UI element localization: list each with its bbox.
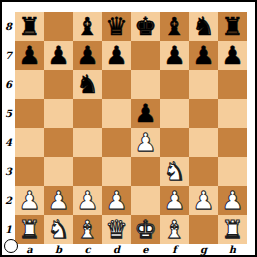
- square-d6[interactable]: [102, 70, 131, 99]
- file-label-b: b: [44, 243, 73, 255]
- piece-black-knight: ♞: [192, 12, 214, 41]
- square-d4[interactable]: [102, 128, 131, 157]
- piece-black-king: ♚: [134, 12, 156, 41]
- square-h2[interactable]: ♟: [218, 186, 247, 215]
- square-g4[interactable]: [189, 128, 218, 157]
- square-g5[interactable]: [189, 99, 218, 128]
- square-f4[interactable]: [160, 128, 189, 157]
- square-f1[interactable]: ♝: [160, 215, 189, 244]
- square-e6[interactable]: [131, 70, 160, 99]
- file-label-f: f: [160, 243, 189, 255]
- square-a6[interactable]: [15, 70, 44, 99]
- piece-white-pawn: ♟: [163, 186, 185, 215]
- square-b4[interactable]: [44, 128, 73, 157]
- square-h7[interactable]: ♟: [218, 41, 247, 70]
- square-f3[interactable]: ♞: [160, 157, 189, 186]
- square-a2[interactable]: ♟: [15, 186, 44, 215]
- square-g3[interactable]: [189, 157, 218, 186]
- rank-label-3: 3: [2, 157, 15, 186]
- piece-black-pawn: ♟: [105, 41, 127, 70]
- rank-label-8: 8: [2, 12, 15, 41]
- square-d3[interactable]: [102, 157, 131, 186]
- square-e7[interactable]: [131, 41, 160, 70]
- square-a7[interactable]: ♟: [15, 41, 44, 70]
- piece-black-pawn: ♟: [18, 41, 40, 70]
- square-f2[interactable]: ♟: [160, 186, 189, 215]
- rank-label-4: 4: [2, 128, 15, 157]
- file-label-h: h: [218, 243, 247, 255]
- square-b3[interactable]: [44, 157, 73, 186]
- square-f6[interactable]: [160, 70, 189, 99]
- piece-black-pawn: ♟: [221, 41, 243, 70]
- square-c5[interactable]: [73, 99, 102, 128]
- square-e1[interactable]: ♚: [131, 215, 160, 244]
- piece-white-rook: ♜: [221, 215, 243, 244]
- square-h8[interactable]: ♜: [218, 12, 247, 41]
- square-a5[interactable]: [15, 99, 44, 128]
- white-to-move-indicator: [4, 239, 18, 253]
- piece-white-pawn: ♟: [105, 186, 127, 215]
- square-g8[interactable]: ♞: [189, 12, 218, 41]
- rank-label-2: 2: [2, 186, 15, 215]
- square-c7[interactable]: ♟: [73, 41, 102, 70]
- square-h5[interactable]: [218, 99, 247, 128]
- piece-white-bishop: ♝: [76, 215, 98, 244]
- square-a3[interactable]: [15, 157, 44, 186]
- piece-white-pawn: ♟: [18, 186, 40, 215]
- piece-black-pawn: ♟: [163, 41, 185, 70]
- file-label-e: e: [131, 243, 160, 255]
- piece-white-queen: ♛: [105, 215, 127, 244]
- rank-label-5: 5: [2, 99, 15, 128]
- piece-white-knight: ♞: [47, 215, 69, 244]
- square-f7[interactable]: ♟: [160, 41, 189, 70]
- square-g7[interactable]: ♟: [189, 41, 218, 70]
- square-e3[interactable]: [131, 157, 160, 186]
- file-label-g: g: [189, 243, 218, 255]
- square-c6[interactable]: ♞: [73, 70, 102, 99]
- square-e2[interactable]: [131, 186, 160, 215]
- square-b2[interactable]: ♟: [44, 186, 73, 215]
- square-b5[interactable]: [44, 99, 73, 128]
- square-b7[interactable]: ♟: [44, 41, 73, 70]
- file-labels: abcdefgh: [15, 243, 247, 255]
- square-a1[interactable]: ♜: [15, 215, 44, 244]
- piece-white-pawn: ♟: [76, 186, 98, 215]
- piece-white-pawn: ♟: [221, 186, 243, 215]
- piece-white-bishop: ♝: [163, 215, 185, 244]
- square-d8[interactable]: ♛: [102, 12, 131, 41]
- piece-black-rook: ♜: [221, 12, 243, 41]
- square-b6[interactable]: [44, 70, 73, 99]
- square-f5[interactable]: [160, 99, 189, 128]
- piece-black-bishop: ♝: [163, 12, 185, 41]
- square-e5[interactable]: ♟: [131, 99, 160, 128]
- piece-white-king: ♚: [134, 215, 156, 244]
- square-e4[interactable]: ♟: [131, 128, 160, 157]
- square-d1[interactable]: ♛: [102, 215, 131, 244]
- piece-black-pawn: ♟: [134, 99, 156, 128]
- square-c2[interactable]: ♟: [73, 186, 102, 215]
- piece-white-knight: ♞: [163, 157, 185, 186]
- piece-black-knight: ♞: [76, 70, 98, 99]
- square-a8[interactable]: ♜: [15, 12, 44, 41]
- piece-white-pawn: ♟: [47, 186, 69, 215]
- square-b1[interactable]: ♞: [44, 215, 73, 244]
- square-c4[interactable]: [73, 128, 102, 157]
- square-h1[interactable]: ♜: [218, 215, 247, 244]
- piece-black-pawn: ♟: [192, 41, 214, 70]
- square-a4[interactable]: [15, 128, 44, 157]
- piece-white-rook: ♜: [18, 215, 40, 244]
- file-label-c: c: [73, 243, 102, 255]
- square-d2[interactable]: ♟: [102, 186, 131, 215]
- square-g6[interactable]: [189, 70, 218, 99]
- piece-black-pawn: ♟: [76, 41, 98, 70]
- piece-black-pawn: ♟: [47, 41, 69, 70]
- piece-black-queen: ♛: [105, 12, 127, 41]
- piece-black-bishop: ♝: [76, 12, 98, 41]
- square-d5[interactable]: [102, 99, 131, 128]
- piece-white-pawn: ♟: [192, 186, 214, 215]
- piece-white-pawn: ♟: [134, 128, 156, 157]
- square-h3[interactable]: [218, 157, 247, 186]
- square-g2[interactable]: ♟: [189, 186, 218, 215]
- square-c3[interactable]: [73, 157, 102, 186]
- square-c1[interactable]: ♝: [73, 215, 102, 244]
- square-b8[interactable]: [44, 12, 73, 41]
- square-h4[interactable]: [218, 128, 247, 157]
- chess-diagram: 87654321 ♜♝♛♚♝♞♜♟♟♟♟♟♟♟♞♟♟♞♟♟♟♟♟♟♟♜♞♝♛♚♝…: [0, 0, 257, 257]
- rank-labels: 87654321: [2, 12, 15, 244]
- square-d7[interactable]: ♟: [102, 41, 131, 70]
- rank-label-6: 6: [2, 70, 15, 99]
- file-label-d: d: [102, 243, 131, 255]
- square-g1[interactable]: [189, 215, 218, 244]
- square-h6[interactable]: [218, 70, 247, 99]
- square-c8[interactable]: ♝: [73, 12, 102, 41]
- chess-board: ♜♝♛♚♝♞♜♟♟♟♟♟♟♟♞♟♟♞♟♟♟♟♟♟♟♜♞♝♛♚♝♜: [15, 12, 247, 244]
- file-label-a: a: [15, 243, 44, 255]
- square-e8[interactable]: ♚: [131, 12, 160, 41]
- piece-black-rook: ♜: [18, 12, 40, 41]
- square-f8[interactable]: ♝: [160, 12, 189, 41]
- rank-label-7: 7: [2, 41, 15, 70]
